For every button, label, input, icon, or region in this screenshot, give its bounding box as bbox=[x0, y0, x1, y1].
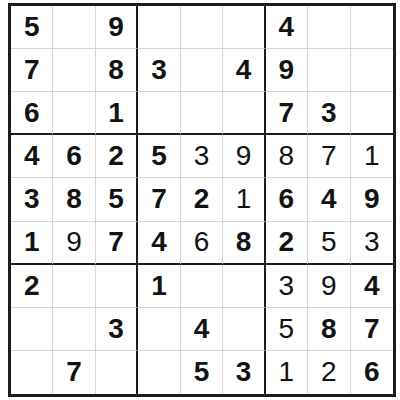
cell-r6c9[interactable]: 3 bbox=[351, 222, 393, 265]
cell-r3c3[interactable]: 1 bbox=[96, 92, 138, 135]
cell-r9c5[interactable]: 5 bbox=[181, 351, 223, 394]
cell-r1c9[interactable] bbox=[351, 6, 393, 49]
cell-r5c4[interactable]: 7 bbox=[138, 178, 180, 221]
cell-r4c6[interactable]: 9 bbox=[223, 135, 265, 178]
cell-r3c9[interactable] bbox=[351, 92, 393, 135]
cell-r7c6[interactable] bbox=[223, 265, 265, 308]
cell-r2c8[interactable] bbox=[308, 49, 350, 92]
cell-r8c2[interactable] bbox=[53, 308, 95, 351]
cell-r5c9[interactable]: 9 bbox=[351, 178, 393, 221]
sudoku-grid: 5947834961734625398713857216491974682532… bbox=[8, 3, 396, 397]
cell-r2c5[interactable] bbox=[181, 49, 223, 92]
cell-r8c6[interactable] bbox=[223, 308, 265, 351]
cell-r5c8[interactable]: 4 bbox=[308, 178, 350, 221]
cell-r3c1[interactable]: 6 bbox=[11, 92, 53, 135]
cell-r1c1[interactable]: 5 bbox=[11, 6, 53, 49]
cell-r6c6[interactable]: 8 bbox=[223, 222, 265, 265]
cell-r5c6[interactable]: 1 bbox=[223, 178, 265, 221]
cell-r3c4[interactable] bbox=[138, 92, 180, 135]
cell-r8c5[interactable]: 4 bbox=[181, 308, 223, 351]
cell-r8c8[interactable]: 8 bbox=[308, 308, 350, 351]
cell-r8c4[interactable] bbox=[138, 308, 180, 351]
cell-r3c7[interactable]: 7 bbox=[266, 92, 308, 135]
cell-r7c1[interactable]: 2 bbox=[11, 265, 53, 308]
cell-r6c2[interactable]: 9 bbox=[53, 222, 95, 265]
cell-r2c4[interactable]: 3 bbox=[138, 49, 180, 92]
cell-r2c6[interactable]: 4 bbox=[223, 49, 265, 92]
cell-r4c5[interactable]: 3 bbox=[181, 135, 223, 178]
cell-r2c9[interactable] bbox=[351, 49, 393, 92]
cell-r8c9[interactable]: 7 bbox=[351, 308, 393, 351]
cell-r9c6[interactable]: 3 bbox=[223, 351, 265, 394]
cell-r6c3[interactable]: 7 bbox=[96, 222, 138, 265]
cell-r1c3[interactable]: 9 bbox=[96, 6, 138, 49]
cell-r3c6[interactable] bbox=[223, 92, 265, 135]
cell-r7c5[interactable] bbox=[181, 265, 223, 308]
cell-r2c1[interactable]: 7 bbox=[11, 49, 53, 92]
cell-r4c1[interactable]: 4 bbox=[11, 135, 53, 178]
cell-r9c1[interactable] bbox=[11, 351, 53, 394]
cell-r3c2[interactable] bbox=[53, 92, 95, 135]
cell-r6c7[interactable]: 2 bbox=[266, 222, 308, 265]
cell-r4c4[interactable]: 5 bbox=[138, 135, 180, 178]
cell-r9c3[interactable] bbox=[96, 351, 138, 394]
cell-r8c3[interactable]: 3 bbox=[96, 308, 138, 351]
cell-r5c5[interactable]: 2 bbox=[181, 178, 223, 221]
cell-r4c7[interactable]: 8 bbox=[266, 135, 308, 178]
cell-r5c1[interactable]: 3 bbox=[11, 178, 53, 221]
cell-r1c5[interactable] bbox=[181, 6, 223, 49]
cell-r7c9[interactable]: 4 bbox=[351, 265, 393, 308]
cell-r3c8[interactable]: 3 bbox=[308, 92, 350, 135]
cell-r7c3[interactable] bbox=[96, 265, 138, 308]
cell-r8c7[interactable]: 5 bbox=[266, 308, 308, 351]
cell-r7c8[interactable]: 9 bbox=[308, 265, 350, 308]
cell-r1c2[interactable] bbox=[53, 6, 95, 49]
cell-r9c2[interactable]: 7 bbox=[53, 351, 95, 394]
cell-r2c7[interactable]: 9 bbox=[266, 49, 308, 92]
cell-r6c8[interactable]: 5 bbox=[308, 222, 350, 265]
cell-r1c7[interactable]: 4 bbox=[266, 6, 308, 49]
cell-r4c3[interactable]: 2 bbox=[96, 135, 138, 178]
cell-r3c5[interactable] bbox=[181, 92, 223, 135]
cell-r2c2[interactable] bbox=[53, 49, 95, 92]
cell-r5c3[interactable]: 5 bbox=[96, 178, 138, 221]
cell-r7c2[interactable] bbox=[53, 265, 95, 308]
cell-r4c2[interactable]: 6 bbox=[53, 135, 95, 178]
cell-r9c8[interactable]: 2 bbox=[308, 351, 350, 394]
cell-r1c8[interactable] bbox=[308, 6, 350, 49]
cell-r9c9[interactable]: 6 bbox=[351, 351, 393, 394]
cell-r7c4[interactable]: 1 bbox=[138, 265, 180, 308]
cell-r4c9[interactable]: 1 bbox=[351, 135, 393, 178]
cell-r5c7[interactable]: 6 bbox=[266, 178, 308, 221]
cell-r7c7[interactable]: 3 bbox=[266, 265, 308, 308]
cell-r5c2[interactable]: 8 bbox=[53, 178, 95, 221]
cell-r1c4[interactable] bbox=[138, 6, 180, 49]
cell-r9c4[interactable] bbox=[138, 351, 180, 394]
cell-r6c5[interactable]: 6 bbox=[181, 222, 223, 265]
cell-r1c6[interactable] bbox=[223, 6, 265, 49]
cell-r6c1[interactable]: 1 bbox=[11, 222, 53, 265]
cell-r8c1[interactable] bbox=[11, 308, 53, 351]
cell-r6c4[interactable]: 4 bbox=[138, 222, 180, 265]
cell-r4c8[interactable]: 7 bbox=[308, 135, 350, 178]
cell-r2c3[interactable]: 8 bbox=[96, 49, 138, 92]
cell-r9c7[interactable]: 1 bbox=[266, 351, 308, 394]
